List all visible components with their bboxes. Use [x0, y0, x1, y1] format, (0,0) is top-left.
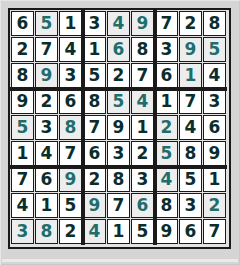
- cell-r6c5[interactable]: 3: [107, 141, 130, 166]
- cell-r3c7[interactable]: 6: [155, 63, 178, 88]
- cell-r4c7[interactable]: 1: [155, 89, 178, 114]
- cell-r2c5[interactable]: 6: [107, 37, 130, 62]
- box-divider-vertical-2: [153, 10, 157, 245]
- cell-r2c1[interactable]: 2: [11, 37, 34, 62]
- cell-r4c8[interactable]: 7: [179, 89, 202, 114]
- cell-r8c8[interactable]: 3: [179, 193, 202, 218]
- cell-r7c2[interactable]: 6: [35, 167, 58, 192]
- cell-r4c3[interactable]: 6: [59, 89, 82, 114]
- cell-r2c2[interactable]: 7: [35, 37, 58, 62]
- cell-r5c4[interactable]: 7: [83, 115, 106, 140]
- cell-r2c8[interactable]: 9: [179, 37, 202, 62]
- cell-r1c7[interactable]: 7: [155, 11, 178, 36]
- cell-r7c8[interactable]: 5: [179, 167, 202, 192]
- cell-r6c9[interactable]: 9: [203, 141, 226, 166]
- cell-r1c8[interactable]: 2: [179, 11, 202, 36]
- sudoku-board: 6513497282741683958935276149268541735387…: [8, 8, 231, 249]
- cell-r1c1[interactable]: 6: [11, 11, 34, 36]
- cell-r9c9[interactable]: 7: [203, 219, 226, 244]
- cell-r2c4[interactable]: 1: [83, 37, 106, 62]
- cell-r5c9[interactable]: 6: [203, 115, 226, 140]
- cell-r8c2[interactable]: 1: [35, 193, 58, 218]
- cell-r4c9[interactable]: 3: [203, 89, 226, 114]
- cell-r5c7[interactable]: 2: [155, 115, 178, 140]
- cell-r4c5[interactable]: 5: [107, 89, 130, 114]
- cell-r8c3[interactable]: 5: [59, 193, 82, 218]
- cell-r3c5[interactable]: 2: [107, 63, 130, 88]
- cell-r6c7[interactable]: 5: [155, 141, 178, 166]
- cell-r6c1[interactable]: 1: [11, 141, 34, 166]
- cell-r8c1[interactable]: 4: [11, 193, 34, 218]
- cell-r3c2[interactable]: 9: [35, 63, 58, 88]
- cell-r2c3[interactable]: 4: [59, 37, 82, 62]
- cell-r8c7[interactable]: 8: [155, 193, 178, 218]
- cell-r5c2[interactable]: 3: [35, 115, 58, 140]
- cell-r7c9[interactable]: 1: [203, 167, 226, 192]
- frame-bevel-strip: [2, 259, 238, 262]
- cell-r3c8[interactable]: 1: [179, 63, 202, 88]
- cell-r8c5[interactable]: 7: [107, 193, 130, 218]
- cell-r9c1[interactable]: 3: [11, 219, 34, 244]
- cell-r1c5[interactable]: 4: [107, 11, 130, 36]
- cell-r1c3[interactable]: 1: [59, 11, 82, 36]
- cell-r1c9[interactable]: 8: [203, 11, 226, 36]
- cell-r9c5[interactable]: 1: [107, 219, 130, 244]
- box-divider-horizontal-1: [10, 87, 227, 91]
- box-divider-horizontal-2: [10, 165, 227, 169]
- cell-r4c6[interactable]: 4: [131, 89, 154, 114]
- cell-r9c4[interactable]: 4: [83, 219, 106, 244]
- cell-r4c4[interactable]: 8: [83, 89, 106, 114]
- cell-r5c6[interactable]: 1: [131, 115, 154, 140]
- cell-r6c2[interactable]: 4: [35, 141, 58, 166]
- cell-r9c3[interactable]: 2: [59, 219, 82, 244]
- cell-r5c5[interactable]: 9: [107, 115, 130, 140]
- cell-r9c8[interactable]: 6: [179, 219, 202, 244]
- cell-r7c5[interactable]: 8: [107, 167, 130, 192]
- cell-r5c1[interactable]: 5: [11, 115, 34, 140]
- cell-r8c4[interactable]: 9: [83, 193, 106, 218]
- cell-r6c6[interactable]: 2: [131, 141, 154, 166]
- cell-r6c8[interactable]: 8: [179, 141, 202, 166]
- cell-r9c2[interactable]: 8: [35, 219, 58, 244]
- cell-r1c4[interactable]: 3: [83, 11, 106, 36]
- cell-r3c9[interactable]: 4: [203, 63, 226, 88]
- cell-r3c4[interactable]: 5: [83, 63, 106, 88]
- cell-r8c6[interactable]: 6: [131, 193, 154, 218]
- cell-r6c4[interactable]: 6: [83, 141, 106, 166]
- cell-r2c6[interactable]: 8: [131, 37, 154, 62]
- cell-r7c4[interactable]: 2: [83, 167, 106, 192]
- cell-r3c1[interactable]: 8: [11, 63, 34, 88]
- cell-r7c6[interactable]: 3: [131, 167, 154, 192]
- cell-r6c3[interactable]: 7: [59, 141, 82, 166]
- cell-r5c8[interactable]: 4: [179, 115, 202, 140]
- cell-r3c3[interactable]: 3: [59, 63, 82, 88]
- box-divider-vertical-1: [81, 10, 85, 245]
- cell-r8c9[interactable]: 2: [203, 193, 226, 218]
- cell-r7c1[interactable]: 7: [11, 167, 34, 192]
- cell-r9c6[interactable]: 5: [131, 219, 154, 244]
- cell-r7c3[interactable]: 9: [59, 167, 82, 192]
- cell-r5c3[interactable]: 8: [59, 115, 82, 140]
- cell-r9c7[interactable]: 9: [155, 219, 178, 244]
- sudoku-page: 6513497282741683958935276149268541735387…: [0, 0, 240, 265]
- cell-r1c6[interactable]: 9: [131, 11, 154, 36]
- cell-r2c7[interactable]: 3: [155, 37, 178, 62]
- cell-r1c2[interactable]: 5: [35, 11, 58, 36]
- cell-r7c7[interactable]: 4: [155, 167, 178, 192]
- cell-r4c2[interactable]: 2: [35, 89, 58, 114]
- cell-r4c1[interactable]: 9: [11, 89, 34, 114]
- cell-r3c6[interactable]: 7: [131, 63, 154, 88]
- cell-r2c9[interactable]: 5: [203, 37, 226, 62]
